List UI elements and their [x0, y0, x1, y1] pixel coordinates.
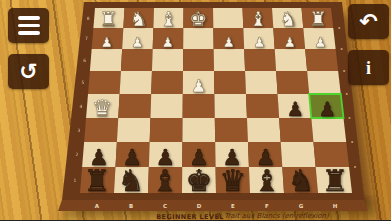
file-label: G — [299, 203, 304, 209]
chess-app-screen: 87654321ABCDEFGHBEGINNER LEVEL3. Trait a… — [0, 0, 391, 220]
piece-black-pawn[interactable]: ♟ — [286, 98, 304, 121]
rank-label: 3 — [78, 128, 81, 133]
info-button[interactable]: i — [348, 50, 389, 85]
piece-white-pawn[interactable]: ♟ — [253, 34, 265, 50]
board-square — [182, 118, 215, 142]
chess-board[interactable]: 87654321ABCDEFGHBEGINNER LEVEL3. Trait a… — [0, 0, 391, 220]
piece-black-king[interactable]: ♚ — [186, 163, 213, 198]
board-square — [84, 118, 118, 142]
file-label: F — [265, 203, 269, 209]
piece-white-pawn[interactable]: ♟ — [314, 34, 326, 50]
board-square — [214, 49, 245, 71]
info-icon: i — [366, 59, 371, 77]
piece-black-knight[interactable]: ♞ — [118, 163, 145, 198]
board-square — [183, 49, 214, 71]
board-square — [183, 94, 215, 118]
board-square — [151, 71, 183, 94]
rank-label: 7 — [85, 36, 88, 41]
undo-icon: ↶ — [359, 11, 377, 33]
board-square — [275, 49, 307, 71]
border-peg — [354, 166, 356, 168]
status-text: 3. Trait aux Blancs (en réflexion) — [215, 212, 329, 220]
file-label: A — [95, 203, 100, 209]
border-peg — [341, 48, 343, 50]
board-square — [213, 8, 243, 28]
piece-white-pawn[interactable]: ♟ — [191, 76, 206, 96]
board-square — [214, 94, 247, 118]
piece-white-queen[interactable]: ♛ — [92, 95, 113, 121]
rank-label: 2 — [76, 152, 79, 157]
piece-white-pawn[interactable]: ♟ — [101, 34, 113, 50]
border-peg — [338, 27, 340, 29]
board-square — [121, 49, 153, 71]
file-label: C — [163, 203, 167, 209]
board-square — [246, 94, 279, 118]
piece-white-rook[interactable]: ♜ — [309, 7, 327, 31]
board-square — [215, 118, 248, 142]
file-label: E — [231, 203, 235, 209]
piece-white-pawn[interactable]: ♟ — [223, 34, 235, 50]
border-peg — [343, 70, 345, 72]
hamburger-icon — [18, 16, 40, 20]
rank-label: 5 — [81, 80, 84, 85]
board-square — [305, 49, 338, 71]
restart-icon: ↺ — [19, 61, 37, 83]
board-square — [118, 94, 151, 118]
piece-white-bishop[interactable]: ♝ — [159, 7, 177, 31]
board-square — [307, 71, 341, 94]
piece-black-bishop[interactable]: ♝ — [152, 163, 179, 198]
board-front-face — [58, 200, 368, 211]
file-label: H — [333, 203, 338, 209]
rank-label: 8 — [87, 16, 90, 21]
board-square — [244, 49, 276, 71]
piece-white-pawn[interactable]: ♟ — [131, 34, 143, 50]
board-square — [247, 118, 281, 142]
rank-label: 4 — [79, 104, 82, 109]
board-square — [117, 118, 151, 142]
restart-button[interactable]: ↺ — [8, 54, 49, 89]
menu-button[interactable] — [8, 8, 49, 43]
piece-black-bishop[interactable]: ♝ — [254, 163, 281, 198]
border-peg — [346, 93, 348, 95]
piece-black-pawn[interactable]: ♟ — [319, 98, 337, 121]
undo-button[interactable]: ↶ — [348, 4, 389, 39]
level-label: BEGINNER LEVEL — [156, 213, 224, 221]
piece-white-pawn[interactable]: ♟ — [284, 34, 296, 50]
file-label: B — [129, 203, 133, 209]
border-peg — [348, 117, 350, 119]
board-square — [214, 71, 246, 94]
rank-label: 6 — [83, 58, 86, 63]
piece-black-rook[interactable]: ♜ — [322, 163, 349, 198]
board-square — [183, 28, 213, 49]
board-square — [90, 49, 122, 71]
piece-white-bishop[interactable]: ♝ — [249, 7, 267, 31]
board-square — [88, 71, 121, 94]
piece-white-rook[interactable]: ♜ — [99, 7, 117, 31]
file-label: D — [197, 203, 202, 209]
board-square — [150, 118, 183, 142]
piece-white-knight[interactable]: ♞ — [129, 7, 147, 31]
board-square — [276, 71, 309, 94]
board-square — [245, 71, 278, 94]
piece-black-queen[interactable]: ♛ — [220, 163, 247, 198]
piece-black-knight[interactable]: ♞ — [288, 163, 315, 198]
board-square — [279, 118, 313, 142]
border-peg — [351, 141, 353, 143]
piece-white-pawn[interactable]: ♟ — [162, 34, 174, 50]
board-square — [150, 94, 182, 118]
piece-black-rook[interactable]: ♜ — [84, 163, 111, 198]
rank-label: 1 — [73, 178, 76, 183]
piece-white-king[interactable]: ♚ — [189, 7, 207, 31]
piece-white-knight[interactable]: ♞ — [279, 7, 297, 31]
board-square — [152, 49, 183, 71]
board-square — [311, 118, 346, 142]
board-square — [120, 71, 152, 94]
